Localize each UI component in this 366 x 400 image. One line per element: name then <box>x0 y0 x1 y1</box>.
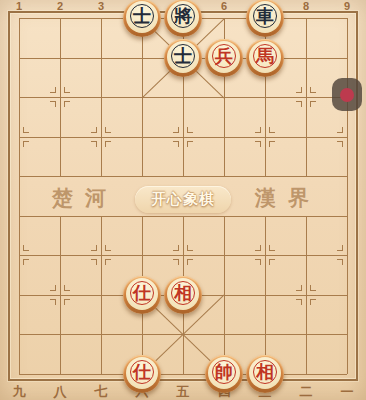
piece-character: 相 <box>256 363 274 381</box>
star-point-marker <box>50 285 56 291</box>
star-point-marker <box>187 141 193 147</box>
grid-line <box>19 18 20 374</box>
piece-red-elephant[interactable]: 相 <box>246 355 284 393</box>
star-point-marker <box>337 127 343 133</box>
piece-face: 仕 <box>126 357 158 389</box>
star-point-marker <box>91 245 97 251</box>
piece-red-elephant[interactable]: 相 <box>164 276 202 314</box>
star-point-marker <box>173 141 179 147</box>
piece-face: 馬 <box>249 41 281 73</box>
piece-character: 帥 <box>215 363 233 381</box>
piece-black-advisor[interactable]: 士 <box>164 39 202 77</box>
piece-character: 仕 <box>133 363 151 381</box>
file-label-top: 9 <box>344 0 350 12</box>
river-right-label: 漢界 <box>255 184 321 212</box>
piece-black-chariot[interactable]: 車 <box>246 0 284 37</box>
piece-face: 士 <box>167 41 199 73</box>
star-point-marker <box>310 101 316 107</box>
piece-face: 兵 <box>208 41 240 73</box>
star-point-marker <box>269 127 275 133</box>
piece-character: 馬 <box>256 47 274 65</box>
file-label-bottom: 七 <box>95 383 108 400</box>
piece-face: 士 <box>126 1 158 33</box>
file-label-bottom: 九 <box>13 383 26 400</box>
piece-black-advisor[interactable]: 士 <box>123 0 161 37</box>
star-point-marker <box>91 259 97 265</box>
star-point-marker <box>269 141 275 147</box>
star-point-marker <box>23 141 29 147</box>
file-label-bottom: 八 <box>54 383 67 400</box>
file-label-bottom: 五 <box>177 383 190 400</box>
star-point-marker <box>105 141 111 147</box>
grid-line <box>60 18 61 176</box>
file-label-top: 3 <box>98 0 104 12</box>
file-label-bottom: 二 <box>300 383 313 400</box>
piece-character: 將 <box>174 7 192 25</box>
file-label-top: 8 <box>303 0 309 12</box>
grid-line <box>101 18 102 176</box>
grid-line <box>306 216 307 374</box>
piece-character: 兵 <box>215 47 233 65</box>
star-point-marker <box>255 127 261 133</box>
star-point-marker <box>64 101 70 107</box>
piece-red-horse[interactable]: 馬 <box>246 39 284 77</box>
star-point-marker <box>50 87 56 93</box>
star-point-marker <box>64 87 70 93</box>
star-point-marker <box>173 259 179 265</box>
star-point-marker <box>105 127 111 133</box>
star-point-marker <box>187 127 193 133</box>
star-point-marker <box>173 127 179 133</box>
grid-line <box>101 216 102 374</box>
last-move-origin-marker <box>332 78 362 111</box>
star-point-marker <box>296 87 302 93</box>
piece-red-advisor[interactable]: 仕 <box>123 276 161 314</box>
star-point-marker <box>50 101 56 107</box>
piece-character: 士 <box>174 47 192 65</box>
grid-line <box>265 216 266 374</box>
file-label-top: 1 <box>16 0 22 12</box>
piece-face: 相 <box>249 357 281 389</box>
star-point-marker <box>310 299 316 305</box>
piece-black-general[interactable]: 將 <box>164 0 202 37</box>
grid-line <box>19 374 347 375</box>
xiangqi-board: 楚河 漢界 开心象棋 123456789九八七六五四三二一 士將車士兵馬仕相仕帥… <box>0 0 366 400</box>
piece-face: 仕 <box>126 278 158 310</box>
piece-character: 相 <box>174 284 192 302</box>
star-point-marker <box>64 285 70 291</box>
star-point-marker <box>23 259 29 265</box>
piece-red-general[interactable]: 帥 <box>205 355 243 393</box>
app-logo-text: 开心象棋 <box>151 190 215 209</box>
piece-character: 仕 <box>133 284 151 302</box>
star-point-marker <box>337 259 343 265</box>
piece-face: 帥 <box>208 357 240 389</box>
piece-red-advisor[interactable]: 仕 <box>123 355 161 393</box>
app-logo: 开心象棋 <box>135 186 231 213</box>
grid-line <box>60 216 61 374</box>
piece-face: 將 <box>167 1 199 33</box>
star-point-marker <box>50 299 56 305</box>
star-point-marker <box>296 285 302 291</box>
piece-red-soldier[interactable]: 兵 <box>205 39 243 77</box>
piece-face: 相 <box>167 278 199 310</box>
star-point-marker <box>23 245 29 251</box>
grid-line <box>19 176 347 177</box>
star-point-marker <box>269 259 275 265</box>
star-point-marker <box>187 259 193 265</box>
star-point-marker <box>255 259 261 265</box>
last-move-dot-icon <box>340 88 354 102</box>
star-point-marker <box>23 127 29 133</box>
river-left-label: 楚河 <box>52 184 118 212</box>
star-point-marker <box>310 285 316 291</box>
star-point-marker <box>105 245 111 251</box>
star-point-marker <box>187 245 193 251</box>
piece-character: 車 <box>256 7 274 25</box>
grid-line <box>347 18 348 374</box>
piece-character: 士 <box>133 7 151 25</box>
star-point-marker <box>173 245 179 251</box>
star-point-marker <box>337 141 343 147</box>
file-label-top: 6 <box>221 0 227 12</box>
star-point-marker <box>91 127 97 133</box>
star-point-marker <box>91 141 97 147</box>
star-point-marker <box>296 299 302 305</box>
star-point-marker <box>296 101 302 107</box>
star-point-marker <box>255 141 261 147</box>
file-label-bottom: 一 <box>341 383 354 400</box>
star-point-marker <box>269 245 275 251</box>
grid-line <box>306 18 307 176</box>
star-point-marker <box>310 87 316 93</box>
star-point-marker <box>64 299 70 305</box>
file-label-top: 2 <box>57 0 63 12</box>
star-point-marker <box>337 245 343 251</box>
piece-face: 車 <box>249 1 281 33</box>
star-point-marker <box>255 245 261 251</box>
star-point-marker <box>105 259 111 265</box>
